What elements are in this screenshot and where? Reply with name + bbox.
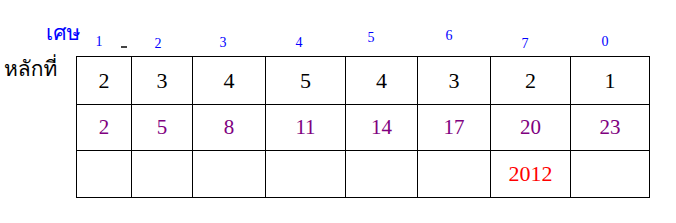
table-cell-r1c1: 2 xyxy=(77,57,132,105)
table-cell-r3c6 xyxy=(418,151,491,198)
table-cell-r3c3 xyxy=(193,151,266,198)
table-cell-r3c1 xyxy=(77,151,132,198)
table-cell-r2c3: 8 xyxy=(193,105,266,151)
table-cell-r1c7: 2 xyxy=(491,57,571,105)
remainder-header-1: 1 xyxy=(96,35,103,49)
table-cell-r2c2: 5 xyxy=(132,105,193,151)
table-cell-r2c6: 17 xyxy=(418,105,491,151)
remainder-header-2: 2 xyxy=(155,37,162,51)
table-cell-r1c5: 4 xyxy=(346,57,418,105)
remainder-header-7: 7 xyxy=(522,37,529,51)
table-cell-r3c8 xyxy=(571,151,650,198)
table-cell-r2c7: 20 xyxy=(491,105,571,151)
remainder-header-6: 6 xyxy=(446,29,453,43)
number-table: 2 3 4 5 4 3 2 1 2 5 8 11 14 17 20 23 201… xyxy=(76,56,650,198)
digit-position-label: หลักที่ xyxy=(4,58,57,81)
remainder-header-4: 4 xyxy=(296,36,303,50)
table-cell-r2c5: 14 xyxy=(346,105,418,151)
table-cell-r1c8: 1 xyxy=(571,57,650,105)
table-cell-r2c8: 23 xyxy=(571,105,650,151)
remainder-header-5: 5 xyxy=(368,31,375,45)
stray-mark xyxy=(121,46,127,48)
table-cell-r3c5 xyxy=(346,151,418,198)
table-cell-r2c4: 11 xyxy=(266,105,346,151)
table-cell-r1c2: 3 xyxy=(132,57,193,105)
table-cell-r1c6: 3 xyxy=(418,57,491,105)
remainder-label: เศษ xyxy=(46,22,80,45)
table-cell-r2c1: 2 xyxy=(77,105,132,151)
table-cell-r3c7-2012: 2012 xyxy=(491,151,571,198)
table-cell-r1c3: 4 xyxy=(193,57,266,105)
table-cell-r1c4: 5 xyxy=(266,57,346,105)
remainder-header-0: 0 xyxy=(602,35,609,49)
remainder-header-3: 3 xyxy=(220,36,227,50)
table-cell-r3c2 xyxy=(132,151,193,198)
table-cell-r3c4 xyxy=(266,151,346,198)
worksheet-canvas: เศษ หลักที่ 1 2 3 4 5 6 7 0 2 3 4 5 4 3 … xyxy=(0,0,676,223)
